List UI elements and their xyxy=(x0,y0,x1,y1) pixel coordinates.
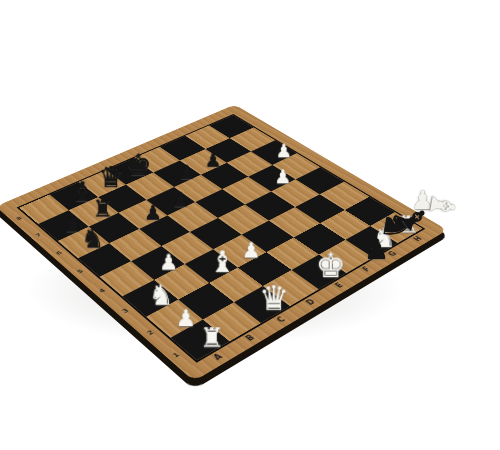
white-pawn-b4[interactable]: ♟ xyxy=(149,251,187,272)
captured-black-pawn[interactable]: ♟ xyxy=(364,236,389,264)
chess-scene: ABCDEFGH 12345678 ♝♛♚♟♜♟♟♞♟♟♟♟♟♞♝♟♟♜♛♚♞♜ xyxy=(8,42,428,382)
black-pawn-e7[interactable]: ♟ xyxy=(169,163,203,182)
captured-white-bishop[interactable]: ♝ xyxy=(424,188,462,223)
black-knight-a6[interactable]: ♞ xyxy=(74,226,111,252)
white-king-e1[interactable]: ♚ xyxy=(311,249,350,283)
black-pawn-c6[interactable]: ♟ xyxy=(135,203,171,223)
board-grid: ♝♛♚♟♜♟♟♞♟♟♟♟♟♞♝♟♟♜♛♚♞♜ xyxy=(19,115,422,360)
white-queen-c1[interactable]: ♛ xyxy=(253,282,293,316)
white-pawn-g5[interactable]: ♟ xyxy=(265,167,299,186)
white-rook-a1[interactable]: ♜ xyxy=(191,325,233,352)
white-pawn-h6[interactable]: ♟ xyxy=(268,142,301,160)
white-bishop-c3[interactable]: ♝ xyxy=(203,247,241,276)
